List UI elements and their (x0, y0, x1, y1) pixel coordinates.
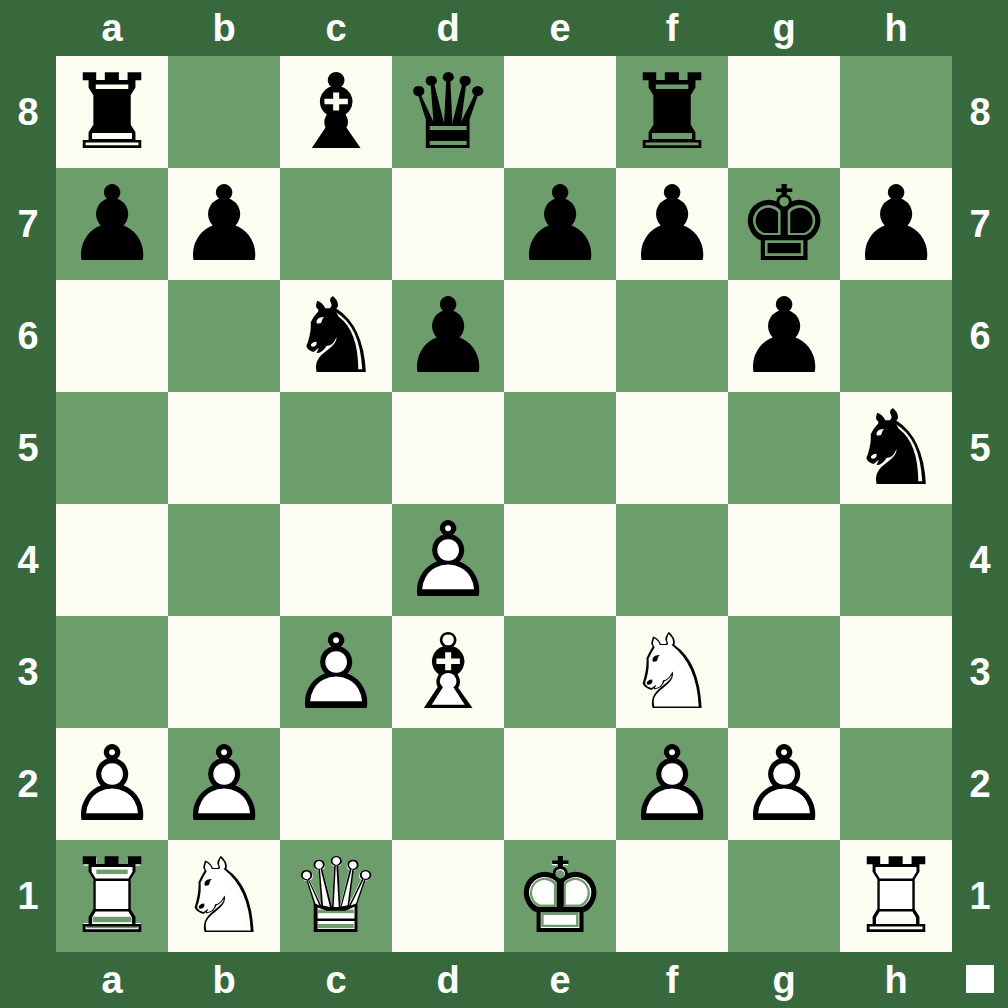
chess-board: abcdefgh8♜♝♛♜87♟♟♟♟♚♟76♞♟♟65♞54♟♙43♟♙♝♗♞… (0, 0, 1008, 1008)
white-king-e1[interactable]: ♚♔ (504, 840, 616, 952)
rank-label-2-left: 2 (0, 728, 56, 840)
white-rook-h1[interactable]: ♜♖ (840, 840, 952, 952)
square-h1[interactable]: ♜♖ (840, 840, 952, 952)
black-pawn-glyph: ♟ (504, 168, 616, 280)
square-b1[interactable]: ♞♘ (168, 840, 280, 952)
square-e2[interactable] (504, 728, 616, 840)
square-f6[interactable] (616, 280, 728, 392)
square-g5[interactable] (728, 392, 840, 504)
square-b4[interactable] (168, 504, 280, 616)
square-g7[interactable]: ♚ (728, 168, 840, 280)
black-pawn-d6[interactable]: ♟ (392, 280, 504, 392)
square-d3[interactable]: ♝♗ (392, 616, 504, 728)
rank-label-2-right: 2 (952, 728, 1008, 840)
square-a8[interactable]: ♜ (56, 56, 168, 168)
rank-label-7-left: 7 (0, 168, 56, 280)
black-pawn-f7[interactable]: ♟ (616, 168, 728, 280)
white-pawn-outline: ♙ (616, 728, 728, 840)
file-label-f-top: f (616, 0, 728, 56)
white-knight-outline: ♘ (616, 616, 728, 728)
black-king-g7[interactable]: ♚ (728, 168, 840, 280)
square-e7[interactable]: ♟ (504, 168, 616, 280)
square-e1[interactable]: ♚♔ (504, 840, 616, 952)
black-pawn-glyph: ♟ (840, 168, 952, 280)
square-d8[interactable]: ♛ (392, 56, 504, 168)
square-h6[interactable] (840, 280, 952, 392)
black-rook-glyph: ♜ (616, 56, 728, 168)
square-d2[interactable] (392, 728, 504, 840)
white-queen-c1[interactable]: ♛♕ (280, 840, 392, 952)
black-queen-glyph: ♛ (392, 56, 504, 168)
rank-label-4-left: 4 (0, 504, 56, 616)
black-pawn-glyph: ♟ (56, 168, 168, 280)
square-a1[interactable]: ♜♖ (56, 840, 168, 952)
square-c6[interactable]: ♞ (280, 280, 392, 392)
square-c5[interactable] (280, 392, 392, 504)
square-f8[interactable]: ♜ (616, 56, 728, 168)
file-label-d-bottom: d (392, 952, 504, 1008)
square-d5[interactable] (392, 392, 504, 504)
square-b2[interactable]: ♟♙ (168, 728, 280, 840)
black-knight-c6[interactable]: ♞ (280, 280, 392, 392)
square-d7[interactable] (392, 168, 504, 280)
white-rook-a1[interactable]: ♜♖ (56, 840, 168, 952)
square-a7[interactable]: ♟ (56, 168, 168, 280)
white-pawn-f2[interactable]: ♟♙ (616, 728, 728, 840)
file-label-f-bottom: f (616, 952, 728, 1008)
square-c2[interactable] (280, 728, 392, 840)
square-e4[interactable] (504, 504, 616, 616)
white-pawn-g2[interactable]: ♟♙ (728, 728, 840, 840)
white-pawn-outline: ♙ (280, 616, 392, 728)
square-b5[interactable] (168, 392, 280, 504)
square-c1[interactable]: ♛♕ (280, 840, 392, 952)
white-rook-outline: ♖ (56, 840, 168, 952)
white-to-move-indicator (966, 965, 994, 993)
file-label-g-bottom: g (728, 952, 840, 1008)
rank-label-4-right: 4 (952, 504, 1008, 616)
square-d1[interactable] (392, 840, 504, 952)
black-pawn-e7[interactable]: ♟ (504, 168, 616, 280)
file-label-b-top: b (168, 0, 280, 56)
square-f5[interactable] (616, 392, 728, 504)
rank-label-3-right: 3 (952, 616, 1008, 728)
square-h5[interactable]: ♞ (840, 392, 952, 504)
rank-label-1-right: 1 (952, 840, 1008, 952)
square-h3[interactable] (840, 616, 952, 728)
white-knight-outline: ♘ (168, 840, 280, 952)
square-f2[interactable]: ♟♙ (616, 728, 728, 840)
board-corner-top-left (0, 0, 56, 56)
board-corner-bottom-left (0, 952, 56, 1008)
square-b7[interactable]: ♟ (168, 168, 280, 280)
square-c8[interactable]: ♝ (280, 56, 392, 168)
square-b8[interactable] (168, 56, 280, 168)
square-f4[interactable] (616, 504, 728, 616)
black-pawn-glyph: ♟ (392, 280, 504, 392)
white-pawn-d4[interactable]: ♟♙ (392, 504, 504, 616)
white-pawn-outline: ♙ (728, 728, 840, 840)
black-knight-h5[interactable]: ♞ (840, 392, 952, 504)
white-bishop-outline: ♗ (392, 616, 504, 728)
square-c3[interactable]: ♟♙ (280, 616, 392, 728)
square-a2[interactable]: ♟♙ (56, 728, 168, 840)
white-pawn-outline: ♙ (56, 728, 168, 840)
square-h4[interactable] (840, 504, 952, 616)
black-pawn-g6[interactable]: ♟ (728, 280, 840, 392)
file-label-a-bottom: a (56, 952, 168, 1008)
square-h8[interactable] (840, 56, 952, 168)
square-e6[interactable] (504, 280, 616, 392)
rank-label-7-right: 7 (952, 168, 1008, 280)
black-bishop-glyph: ♝ (280, 56, 392, 168)
square-c7[interactable] (280, 168, 392, 280)
square-f7[interactable]: ♟ (616, 168, 728, 280)
file-label-h-bottom: h (840, 952, 952, 1008)
black-pawn-glyph: ♟ (616, 168, 728, 280)
file-label-h-top: h (840, 0, 952, 56)
square-c4[interactable] (280, 504, 392, 616)
square-a3[interactable] (56, 616, 168, 728)
white-bishop-d3[interactable]: ♝♗ (392, 616, 504, 728)
file-label-c-bottom: c (280, 952, 392, 1008)
black-queen-d8[interactable]: ♛ (392, 56, 504, 168)
white-knight-f3[interactable]: ♞♘ (616, 616, 728, 728)
black-pawn-b7[interactable]: ♟ (168, 168, 280, 280)
square-g8[interactable] (728, 56, 840, 168)
black-knight-glyph: ♞ (280, 280, 392, 392)
rank-label-8-left: 8 (0, 56, 56, 168)
black-rook-glyph: ♜ (56, 56, 168, 168)
square-d6[interactable]: ♟ (392, 280, 504, 392)
file-label-g-top: g (728, 0, 840, 56)
square-g1[interactable] (728, 840, 840, 952)
square-g6[interactable]: ♟ (728, 280, 840, 392)
file-label-b-bottom: b (168, 952, 280, 1008)
black-pawn-a7[interactable]: ♟ (56, 168, 168, 280)
square-g4[interactable] (728, 504, 840, 616)
board-corner-bottom-right (952, 952, 1008, 1008)
square-g2[interactable]: ♟♙ (728, 728, 840, 840)
file-label-c-top: c (280, 0, 392, 56)
white-pawn-b2[interactable]: ♟♙ (168, 728, 280, 840)
square-a5[interactable] (56, 392, 168, 504)
black-rook-a8[interactable]: ♜ (56, 56, 168, 168)
white-king-outline: ♔ (504, 840, 616, 952)
square-a6[interactable] (56, 280, 168, 392)
square-a4[interactable] (56, 504, 168, 616)
rank-label-3-left: 3 (0, 616, 56, 728)
white-queen-outline: ♕ (280, 840, 392, 952)
file-label-d-top: d (392, 0, 504, 56)
square-f1[interactable] (616, 840, 728, 952)
square-e3[interactable] (504, 616, 616, 728)
square-e5[interactable] (504, 392, 616, 504)
black-pawn-glyph: ♟ (728, 280, 840, 392)
black-bishop-c8[interactable]: ♝ (280, 56, 392, 168)
rank-label-1-left: 1 (0, 840, 56, 952)
file-label-e-top: e (504, 0, 616, 56)
rank-label-6-left: 6 (0, 280, 56, 392)
square-e8[interactable] (504, 56, 616, 168)
square-b3[interactable] (168, 616, 280, 728)
square-b6[interactable] (168, 280, 280, 392)
square-f3[interactable]: ♞♘ (616, 616, 728, 728)
rank-label-5-right: 5 (952, 392, 1008, 504)
black-pawn-glyph: ♟ (168, 168, 280, 280)
white-rook-outline: ♖ (840, 840, 952, 952)
white-pawn-outline: ♙ (392, 504, 504, 616)
square-g3[interactable] (728, 616, 840, 728)
board-corner-top-right (952, 0, 1008, 56)
white-knight-b1[interactable]: ♞♘ (168, 840, 280, 952)
black-pawn-h7[interactable]: ♟ (840, 168, 952, 280)
white-pawn-outline: ♙ (168, 728, 280, 840)
file-label-a-top: a (56, 0, 168, 56)
square-h2[interactable] (840, 728, 952, 840)
rank-label-5-left: 5 (0, 392, 56, 504)
black-king-glyph: ♚ (728, 168, 840, 280)
rank-label-8-right: 8 (952, 56, 1008, 168)
square-d4[interactable]: ♟♙ (392, 504, 504, 616)
white-pawn-c3[interactable]: ♟♙ (280, 616, 392, 728)
file-label-e-bottom: e (504, 952, 616, 1008)
square-h7[interactable]: ♟ (840, 168, 952, 280)
white-pawn-a2[interactable]: ♟♙ (56, 728, 168, 840)
rank-label-6-right: 6 (952, 280, 1008, 392)
black-rook-f8[interactable]: ♜ (616, 56, 728, 168)
black-knight-glyph: ♞ (840, 392, 952, 504)
